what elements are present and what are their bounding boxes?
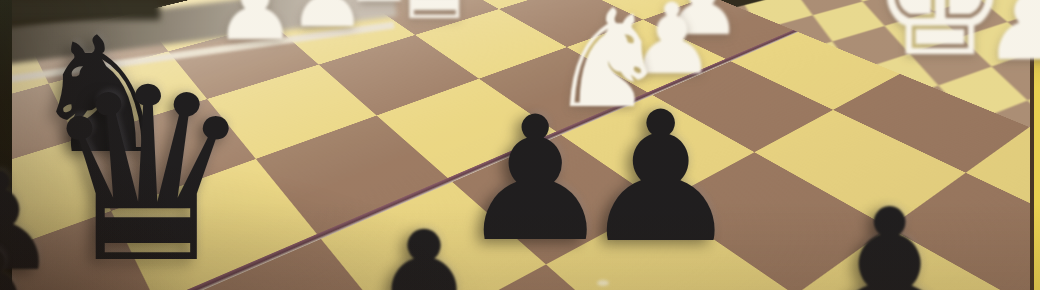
piece-black-pawn-f5: ♟ [580,88,741,268]
chessboard-photo: ♞♛♟♟♟♟♟♟♞♟♟♟♝♛♟♚♟ [0,0,1040,290]
piece-black-pawn-g6: ♟ [800,183,979,290]
piece-black-pawn-d7: ♟ [330,205,518,290]
piece-black-queen-c5: ♛ [40,56,255,290]
piece-white-king-g1: ♚ [872,0,1008,78]
piece-white-pawn-c2: ♟ [288,0,367,40]
pieces-layer: ♞♛♟♟♟♟♟♟♞♟♟♟♝♛♟♚♟ [0,0,1040,290]
piece-white-queen-d1: ♛ [382,0,488,36]
piece-black-pawn-a7: ♟ [0,228,67,290]
